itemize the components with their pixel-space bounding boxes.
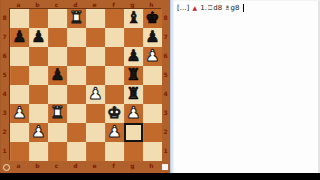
file-label-e: e xyxy=(85,161,104,172)
square-e5[interactable] xyxy=(86,66,105,85)
square-c7[interactable] xyxy=(48,28,67,47)
square-d8[interactable]: ♜ xyxy=(67,9,86,28)
square-d6[interactable] xyxy=(67,47,86,66)
rank-label-1: 1 xyxy=(161,141,170,160)
file-label-b: b xyxy=(28,0,47,8)
notation-line[interactable]: [...] ▲ 1.♖d8 ♗g8 xyxy=(177,3,317,13)
square-e1[interactable] xyxy=(86,142,105,161)
square-b6[interactable] xyxy=(29,47,48,66)
black-pawn: ♟ xyxy=(124,47,143,66)
square-c8[interactable] xyxy=(48,9,67,28)
black-pawn: ♟ xyxy=(10,28,29,47)
square-a3[interactable]: ♟ xyxy=(10,104,29,123)
square-h5[interactable] xyxy=(143,66,162,85)
square-f4[interactable] xyxy=(105,85,124,104)
square-h3[interactable] xyxy=(143,104,162,123)
file-label-g: g xyxy=(123,0,142,8)
rank-label-5: 5 xyxy=(0,65,9,84)
square-e4[interactable]: ♟ xyxy=(86,85,105,104)
square-g1[interactable] xyxy=(124,142,143,161)
white-to-move-indicator xyxy=(162,164,168,170)
square-e8[interactable] xyxy=(86,9,105,28)
rank-label-7: 7 xyxy=(0,27,9,46)
square-a4[interactable] xyxy=(10,85,29,104)
rank-label-2: 2 xyxy=(161,122,170,141)
rank-label-5: 5 xyxy=(161,65,170,84)
square-f8[interactable] xyxy=(105,9,124,28)
square-g4[interactable]: ♜ xyxy=(124,85,143,104)
square-h1[interactable] xyxy=(143,142,162,161)
square-f5[interactable] xyxy=(105,66,124,85)
file-label-f: f xyxy=(104,0,123,8)
square-c5[interactable]: ♟ xyxy=(48,66,67,85)
rank-label-8: 8 xyxy=(0,8,9,27)
square-h7[interactable]: ♟ xyxy=(143,28,162,47)
file-label-b: b xyxy=(28,161,47,172)
rank-label-2: 2 xyxy=(0,122,9,141)
file-label-d: d xyxy=(66,161,85,172)
square-a7[interactable]: ♟ xyxy=(10,28,29,47)
file-label-g: g xyxy=(123,161,142,172)
square-a6[interactable] xyxy=(10,47,29,66)
rank-label-7: 7 xyxy=(161,27,170,46)
rank-label-3: 3 xyxy=(161,103,170,122)
square-f7[interactable] xyxy=(105,28,124,47)
square-b5[interactable] xyxy=(29,66,48,85)
square-b7[interactable]: ♟ xyxy=(29,28,48,47)
white-pawn: ♟ xyxy=(105,123,124,142)
square-d2[interactable] xyxy=(67,123,86,142)
square-c4[interactable] xyxy=(48,85,67,104)
rank-labels-left: 87654321 xyxy=(0,8,9,160)
square-h6[interactable]: ♟ xyxy=(143,47,162,66)
file-label-a: a xyxy=(9,161,28,172)
square-e3[interactable] xyxy=(86,104,105,123)
red-triangle-marker: ▲ xyxy=(192,4,197,11)
square-b3[interactable] xyxy=(29,104,48,123)
square-e6[interactable] xyxy=(86,47,105,66)
square-c2[interactable] xyxy=(48,123,67,142)
file-label-d: d xyxy=(66,0,85,8)
square-e2[interactable] xyxy=(86,123,105,142)
square-g8[interactable]: ♝ xyxy=(124,9,143,28)
text-cursor xyxy=(243,4,244,12)
square-g7[interactable] xyxy=(124,28,143,47)
square-d4[interactable] xyxy=(67,85,86,104)
square-b2[interactable]: ♟ xyxy=(29,123,48,142)
white-rook: ♜ xyxy=(48,104,67,123)
black-rook: ♜ xyxy=(124,85,143,104)
file-label-h: h xyxy=(142,161,161,172)
chess-board: abcdefgh abcdefgh 87654321 87654321 ♜♝♚♟… xyxy=(0,0,170,173)
board-grid: ♜♝♚♟♟♟♟♟♟♜♟♜♟♜♚♟♟♟ xyxy=(9,8,161,160)
black-pawn: ♟ xyxy=(48,66,67,85)
square-c6[interactable] xyxy=(48,47,67,66)
square-a1[interactable] xyxy=(10,142,29,161)
white-pawn: ♟ xyxy=(143,47,162,66)
notation-prefix: [...] xyxy=(177,4,189,12)
square-c1[interactable] xyxy=(48,142,67,161)
notation-moves: 1.♖d8 ♗g8 xyxy=(200,4,239,12)
file-label-c: c xyxy=(47,161,66,172)
white-pawn: ♟ xyxy=(124,104,143,123)
rank-labels-right: 87654321 xyxy=(161,8,170,160)
white-rook: ♜ xyxy=(67,9,86,28)
square-b1[interactable] xyxy=(29,142,48,161)
square-f6[interactable] xyxy=(105,47,124,66)
black-bishop: ♝ xyxy=(124,9,143,28)
white-pawn: ♟ xyxy=(29,123,48,142)
square-f3[interactable]: ♚ xyxy=(105,104,124,123)
square-g6[interactable]: ♟ xyxy=(124,47,143,66)
square-d1[interactable] xyxy=(67,142,86,161)
square-h2[interactable] xyxy=(143,123,162,142)
square-g2[interactable] xyxy=(124,123,143,142)
rank-label-4: 4 xyxy=(0,84,9,103)
square-c3[interactable]: ♜ xyxy=(48,104,67,123)
rank-label-3: 3 xyxy=(0,103,9,122)
file-label-h: h xyxy=(142,0,161,8)
square-f1[interactable] xyxy=(105,142,124,161)
square-d5[interactable] xyxy=(67,66,86,85)
app-window: abcdefgh abcdefgh 87654321 87654321 ♜♝♚♟… xyxy=(0,0,320,180)
rank-label-6: 6 xyxy=(161,46,170,65)
flip-board-icon[interactable] xyxy=(3,164,10,171)
bottom-bar xyxy=(0,173,320,180)
file-label-a: a xyxy=(9,0,28,8)
file-label-c: c xyxy=(47,0,66,8)
rank-label-6: 6 xyxy=(0,46,9,65)
square-b4[interactable] xyxy=(29,85,48,104)
square-a5[interactable] xyxy=(10,66,29,85)
square-g5[interactable]: ♜ xyxy=(124,66,143,85)
file-labels-bottom: abcdefgh xyxy=(9,161,161,172)
white-pawn: ♟ xyxy=(10,104,29,123)
black-king: ♚ xyxy=(143,9,162,28)
square-a8[interactable] xyxy=(10,9,29,28)
square-d3[interactable] xyxy=(67,104,86,123)
square-a2[interactable] xyxy=(10,123,29,142)
square-d7[interactable] xyxy=(67,28,86,47)
black-pawn: ♟ xyxy=(143,28,162,47)
rank-label-8: 8 xyxy=(161,8,170,27)
rank-label-4: 4 xyxy=(161,84,170,103)
black-pawn: ♟ xyxy=(29,28,48,47)
square-g3[interactable]: ♟ xyxy=(124,104,143,123)
white-pawn: ♟ xyxy=(86,85,105,104)
square-f2[interactable]: ♟ xyxy=(105,123,124,142)
notation-panel[interactable]: [...] ▲ 1.♖d8 ♗g8 xyxy=(174,0,320,173)
square-h8[interactable]: ♚ xyxy=(143,9,162,28)
square-b8[interactable] xyxy=(29,9,48,28)
square-e7[interactable] xyxy=(86,28,105,47)
file-label-e: e xyxy=(85,0,104,8)
black-rook: ♜ xyxy=(124,66,143,85)
file-labels-top: abcdefgh xyxy=(9,0,161,8)
white-king: ♚ xyxy=(105,104,124,123)
file-label-f: f xyxy=(104,161,123,172)
rank-label-1: 1 xyxy=(0,141,9,160)
square-h4[interactable] xyxy=(143,85,162,104)
